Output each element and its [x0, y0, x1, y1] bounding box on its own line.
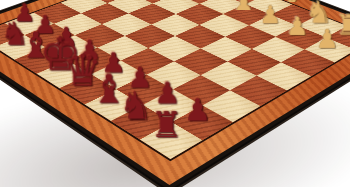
piece-light-knight: ♞	[301, 0, 336, 28]
square-h8: ♜	[0, 23, 25, 46]
piece-red-rook: ♜	[0, 10, 13, 37]
piece-red-pawn: ♟	[8, 2, 43, 25]
product-photo-scene: ♜♞♝♚♛♝♞♜♟♟♟♟♟♟♟♟♟♟♟♟♟♟♟♟♜♞♝♚♛♝♞♜	[0, 0, 350, 187]
piece-light-queen: ♛	[249, 0, 282, 6]
piece-light-pawn: ♟	[202, 0, 235, 5]
square-a7: ♟	[172, 105, 233, 140]
